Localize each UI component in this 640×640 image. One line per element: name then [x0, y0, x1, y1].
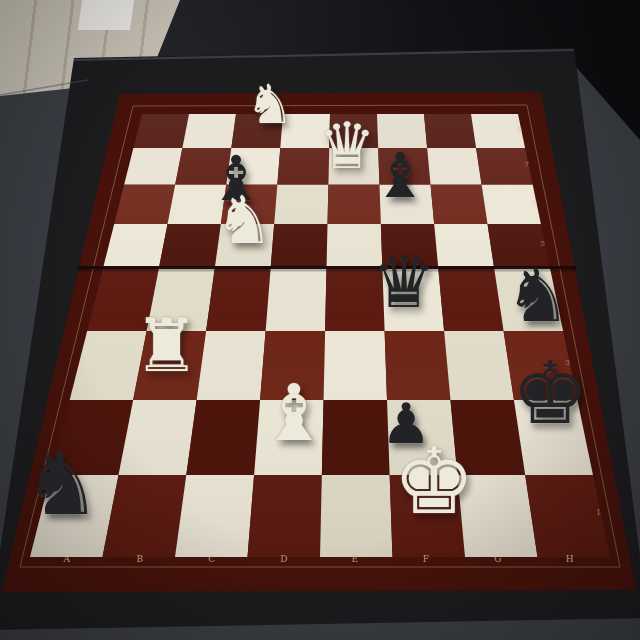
file-label-c: C	[208, 554, 215, 564]
rank-label-5: 5	[540, 239, 545, 248]
file-label-g: G	[494, 554, 502, 564]
piece-white-king-f1[interactable]: ♚	[393, 436, 475, 528]
file-label-d: D	[280, 554, 288, 564]
chessboard-photo-scene: A B C D E F G H 1 2 3 4 5 6 7 8 ♞ ♛ ♝ ♝ …	[0, 0, 640, 640]
file-label-e: E	[351, 554, 358, 564]
piece-white-queen-e7[interactable]: ♛	[318, 114, 375, 178]
piece-black-knight-h4[interactable]: ♞	[505, 258, 571, 332]
piece-black-king-h2[interactable]: ♚	[511, 350, 588, 436]
piece-white-knight-c8[interactable]: ♞	[246, 78, 294, 132]
file-label-h: H	[566, 554, 574, 564]
piece-white-knight-c5[interactable]: ♞	[214, 188, 273, 254]
piece-black-queen-f4[interactable]: ♛	[372, 246, 437, 318]
rank-label-1: 1	[596, 508, 601, 517]
rank-label-6: 6	[532, 198, 537, 207]
file-label-f: F	[423, 554, 430, 564]
piece-white-rook-b3[interactable]: ♜	[134, 308, 200, 382]
rank-label-7: 7	[524, 160, 529, 169]
piece-black-knight-a1[interactable]: ♞	[23, 440, 102, 528]
file-label-b: B	[136, 554, 143, 564]
piece-black-bishop-f6[interactable]: ♝	[372, 145, 428, 207]
file-label-a: A	[64, 554, 71, 564]
piece-white-bishop-d2[interactable]: ♝	[259, 374, 329, 452]
rank-label-8: 8	[517, 125, 522, 134]
